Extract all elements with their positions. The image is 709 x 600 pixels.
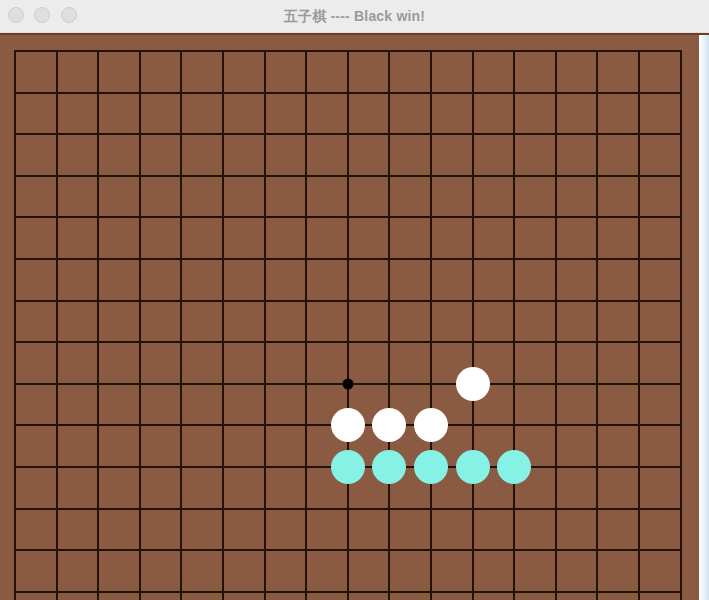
white-stone — [414, 408, 448, 442]
gomoku-board[interactable] — [0, 35, 709, 600]
close-button[interactable] — [8, 7, 24, 23]
black-stone — [456, 450, 490, 484]
black-stone — [331, 450, 365, 484]
black-stone — [372, 450, 406, 484]
white-stone — [372, 408, 406, 442]
window-title: 五子棋 ---- Black win! — [0, 0, 709, 32]
star-point — [342, 378, 353, 389]
black-stone — [497, 450, 531, 484]
gomoku-window: 五子棋 ---- Black win! — [0, 0, 709, 600]
black-stone — [414, 450, 448, 484]
zoom-button[interactable] — [61, 7, 77, 23]
white-stone — [331, 408, 365, 442]
window-right-edge — [699, 35, 709, 600]
minimize-button[interactable] — [34, 7, 50, 23]
title-bar: 五子棋 ---- Black win! — [0, 0, 709, 32]
board-grid[interactable] — [14, 50, 682, 600]
white-stone — [456, 367, 490, 401]
